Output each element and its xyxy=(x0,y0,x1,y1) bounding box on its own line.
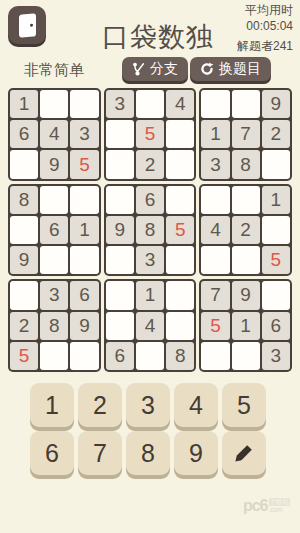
sudoku-cell-r2c5[interactable]: 5 xyxy=(136,120,164,148)
sudoku-box-6: 1425 xyxy=(199,184,292,277)
sudoku-cell-r2c8[interactable]: 7 xyxy=(232,120,260,148)
sudoku-cell-r3c7[interactable]: 3 xyxy=(201,150,229,178)
change-puzzle-button-label: 换题目 xyxy=(219,60,261,78)
sudoku-cell-r1c6[interactable]: 4 xyxy=(166,90,194,118)
sudoku-cell-r8c4[interactable] xyxy=(106,312,134,340)
sudoku-cell-r9c2[interactable] xyxy=(40,342,68,370)
stats-panel: 平均用时 00:05:04 解题者241 xyxy=(237,3,293,55)
watermark-side: 下载站 .com xyxy=(269,498,291,514)
sudoku-cell-r3c6[interactable] xyxy=(166,150,194,178)
watermark-main: pc6 xyxy=(243,497,268,515)
sudoku-cell-r3c3[interactable]: 5 xyxy=(70,150,98,178)
sudoku-cell-r5c9[interactable] xyxy=(262,216,290,244)
sudoku-cell-r6c9[interactable]: 5 xyxy=(262,246,290,274)
sudoku-cell-r4c7[interactable] xyxy=(201,186,229,214)
sudoku-cell-r1c3[interactable] xyxy=(70,90,98,118)
sudoku-cell-r4c9[interactable]: 1 xyxy=(262,186,290,214)
sudoku-cell-r5c3[interactable]: 1 xyxy=(70,216,98,244)
sudoku-cell-r6c1[interactable]: 9 xyxy=(10,246,38,274)
sudoku-cell-r1c4[interactable]: 3 xyxy=(106,90,134,118)
sudoku-cell-r3c9[interactable] xyxy=(262,150,290,178)
branch-icon xyxy=(132,62,145,76)
sudoku-box-3: 917238 xyxy=(199,88,292,181)
sudoku-cell-r9c7[interactable] xyxy=(201,342,229,370)
watermark-domain: .com xyxy=(269,506,291,514)
sudoku-cell-r9c1[interactable]: 5 xyxy=(10,342,38,370)
sudoku-cell-r4c8[interactable] xyxy=(232,186,260,214)
sudoku-cell-r2c4[interactable] xyxy=(106,120,134,148)
sudoku-box-5: 69853 xyxy=(104,184,197,277)
sudoku-cell-r6c5[interactable]: 3 xyxy=(136,246,164,274)
number-key-1[interactable]: 1 xyxy=(30,383,74,427)
sudoku-box-9: 795163 xyxy=(199,279,292,372)
sudoku-cell-r8c1[interactable]: 2 xyxy=(10,312,38,340)
sudoku-cell-r8c7[interactable]: 5 xyxy=(201,312,229,340)
sudoku-cell-r1c8[interactable] xyxy=(232,90,260,118)
sudoku-cell-r3c8[interactable]: 8 xyxy=(232,150,260,178)
pencil-button[interactable] xyxy=(222,431,266,475)
branch-button[interactable]: 分支 xyxy=(122,57,188,81)
sudoku-cell-r8c8[interactable]: 1 xyxy=(232,312,260,340)
sudoku-cell-r8c9[interactable]: 6 xyxy=(262,312,290,340)
sudoku-box-4: 8619 xyxy=(8,184,101,277)
sudoku-cell-r7c7[interactable]: 7 xyxy=(201,281,229,309)
sudoku-cell-r5c2[interactable]: 6 xyxy=(40,216,68,244)
number-key-9[interactable]: 9 xyxy=(174,431,218,475)
sudoku-cell-r5c8[interactable]: 2 xyxy=(232,216,260,244)
sudoku-cell-r4c4[interactable] xyxy=(106,186,134,214)
sudoku-cell-r7c5[interactable]: 1 xyxy=(136,281,164,309)
refresh-icon xyxy=(200,62,214,76)
number-key-3[interactable]: 3 xyxy=(126,383,170,427)
sudoku-board: 1643953452917238861969853142536289514687… xyxy=(8,88,292,372)
difficulty-label: 非常简单 xyxy=(24,61,84,80)
number-key-4[interactable]: 4 xyxy=(174,383,218,427)
sudoku-cell-r9c9[interactable]: 3 xyxy=(262,342,290,370)
sudoku-box-2: 3452 xyxy=(104,88,197,181)
sudoku-cell-r4c1[interactable]: 8 xyxy=(10,186,38,214)
sudoku-cell-r7c2[interactable]: 3 xyxy=(40,281,68,309)
sudoku-cell-r8c2[interactable]: 8 xyxy=(40,312,68,340)
sudoku-cell-r9c8[interactable] xyxy=(232,342,260,370)
sudoku-box-8: 1468 xyxy=(104,279,197,372)
sudoku-cell-r1c9[interactable]: 9 xyxy=(262,90,290,118)
sudoku-cell-r8c5[interactable]: 4 xyxy=(136,312,164,340)
sudoku-cell-r5c1[interactable] xyxy=(10,216,38,244)
sudoku-cell-r5c4[interactable]: 9 xyxy=(106,216,134,244)
sudoku-cell-r2c6[interactable] xyxy=(166,120,194,148)
sudoku-cell-r8c6[interactable] xyxy=(166,312,194,340)
sudoku-cell-r3c5[interactable]: 2 xyxy=(136,150,164,178)
sudoku-cell-r7c6[interactable] xyxy=(166,281,194,309)
sudoku-cell-r6c7[interactable] xyxy=(201,246,229,274)
sudoku-cell-r9c5[interactable] xyxy=(136,342,164,370)
sudoku-cell-r7c8[interactable]: 9 xyxy=(232,281,260,309)
pencil-icon xyxy=(233,442,255,464)
sudoku-cell-r6c4[interactable] xyxy=(106,246,134,274)
sudoku-cell-r4c6[interactable] xyxy=(166,186,194,214)
sudoku-cell-r5c7[interactable]: 4 xyxy=(201,216,229,244)
sudoku-cell-r9c3[interactable] xyxy=(70,342,98,370)
sudoku-cell-r4c3[interactable] xyxy=(70,186,98,214)
sudoku-box-7: 362895 xyxy=(8,279,101,372)
sudoku-cell-r2c9[interactable]: 2 xyxy=(262,120,290,148)
sudoku-cell-r4c5[interactable]: 6 xyxy=(136,186,164,214)
sudoku-cell-r6c8[interactable] xyxy=(232,246,260,274)
sudoku-cell-r7c1[interactable] xyxy=(10,281,38,309)
door-icon xyxy=(19,13,36,37)
number-key-6[interactable]: 6 xyxy=(30,431,74,475)
sudoku-cell-r5c6[interactable]: 5 xyxy=(166,216,194,244)
number-pad-row-2: 6789 xyxy=(30,431,266,475)
sudoku-cell-r2c1[interactable]: 6 xyxy=(10,120,38,148)
app-title: 口袋数独 xyxy=(102,19,214,55)
sudoku-cell-r9c6[interactable]: 8 xyxy=(166,342,194,370)
sudoku-cell-r8c3[interactable]: 9 xyxy=(70,312,98,340)
branch-button-label: 分支 xyxy=(150,60,178,78)
exit-button[interactable] xyxy=(8,6,46,44)
sudoku-cell-r2c3[interactable]: 3 xyxy=(70,120,98,148)
sudoku-cell-r6c3[interactable] xyxy=(70,246,98,274)
change-puzzle-button[interactable]: 换题目 xyxy=(190,57,271,81)
sudoku-cell-r9c4[interactable]: 6 xyxy=(106,342,134,370)
number-key-2[interactable]: 2 xyxy=(78,383,122,427)
number-key-7[interactable]: 7 xyxy=(78,431,122,475)
sudoku-cell-r3c1[interactable] xyxy=(10,150,38,178)
sudoku-cell-r6c2[interactable] xyxy=(40,246,68,274)
sudoku-cell-r7c4[interactable] xyxy=(106,281,134,309)
sudoku-cell-r4c2[interactable] xyxy=(40,186,68,214)
number-key-8[interactable]: 8 xyxy=(126,431,170,475)
sudoku-cell-r1c5[interactable] xyxy=(136,90,164,118)
sudoku-cell-r7c9[interactable] xyxy=(262,281,290,309)
sudoku-cell-r1c1[interactable]: 1 xyxy=(10,90,38,118)
sudoku-cell-r7c3[interactable]: 6 xyxy=(70,281,98,309)
sudoku-cell-r1c2[interactable] xyxy=(40,90,68,118)
avg-time-label: 平均用时 xyxy=(237,3,293,19)
watermark: pc6 下载站 .com xyxy=(243,497,290,515)
sudoku-cell-r3c4[interactable] xyxy=(106,150,134,178)
sudoku-box-1: 164395 xyxy=(8,88,101,181)
sudoku-cell-r1c7[interactable] xyxy=(201,90,229,118)
number-pad-row-1: 12345 xyxy=(30,383,266,427)
sudoku-cell-r2c2[interactable]: 4 xyxy=(40,120,68,148)
sudoku-cell-r2c7[interactable]: 1 xyxy=(201,120,229,148)
avg-time-value: 00:05:04 xyxy=(237,19,293,35)
number-key-5[interactable]: 5 xyxy=(222,383,266,427)
solvers-count: 解题者241 xyxy=(237,39,293,55)
sudoku-cell-r6c6[interactable] xyxy=(166,246,194,274)
sudoku-cell-r3c2[interactable]: 9 xyxy=(40,150,68,178)
sudoku-cell-r5c5[interactable]: 8 xyxy=(136,216,164,244)
watermark-tag: 下载站 xyxy=(269,498,291,506)
